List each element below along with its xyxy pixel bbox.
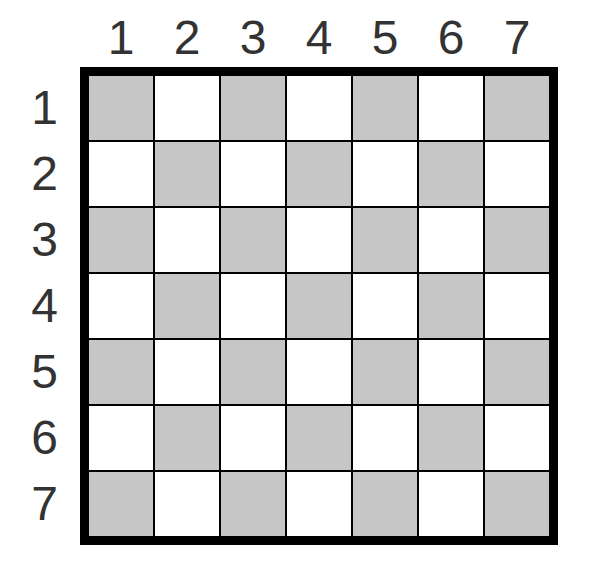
column-label-5: 5 xyxy=(353,14,417,66)
cell-r7c3 xyxy=(221,472,285,536)
cell-r1c4 xyxy=(287,76,351,140)
row-label-6: 6 xyxy=(31,406,72,470)
row-label-5: 5 xyxy=(31,340,72,404)
cell-r1c3 xyxy=(221,76,285,140)
cell-r6c1 xyxy=(89,406,153,470)
cell-r3c3 xyxy=(221,208,285,272)
puzzle-diagram: 1234567 1234567 xyxy=(0,0,596,570)
cell-r3c5 xyxy=(353,208,417,272)
row-label-2: 2 xyxy=(31,142,72,206)
cell-r5c6 xyxy=(419,340,483,404)
cell-r6c6 xyxy=(419,406,483,470)
column-label-7: 7 xyxy=(485,14,549,66)
row-label-1: 1 xyxy=(31,76,72,140)
row-label-7: 7 xyxy=(31,472,72,536)
cell-r5c2 xyxy=(155,340,219,404)
cell-r7c4 xyxy=(287,472,351,536)
cell-r1c6 xyxy=(419,76,483,140)
column-label-2: 2 xyxy=(155,14,219,66)
cell-r1c5 xyxy=(353,76,417,140)
cell-r2c1 xyxy=(89,142,153,206)
cell-r4c4 xyxy=(287,274,351,338)
cell-r2c7 xyxy=(485,142,549,206)
cell-r1c1 xyxy=(89,76,153,140)
cell-r2c3 xyxy=(221,142,285,206)
cell-r6c5 xyxy=(353,406,417,470)
cell-r4c7 xyxy=(485,274,549,338)
cell-r7c5 xyxy=(353,472,417,536)
cell-r6c7 xyxy=(485,406,549,470)
cell-r3c2 xyxy=(155,208,219,272)
cell-r7c2 xyxy=(155,472,219,536)
cell-r7c1 xyxy=(89,472,153,536)
game-board xyxy=(80,67,558,545)
row-label-3: 3 xyxy=(31,208,72,272)
cell-r5c7 xyxy=(485,340,549,404)
cell-r4c1 xyxy=(89,274,153,338)
cell-r3c7 xyxy=(485,208,549,272)
cell-r4c2 xyxy=(155,274,219,338)
cell-r4c5 xyxy=(353,274,417,338)
cell-r5c4 xyxy=(287,340,351,404)
cell-r2c2 xyxy=(155,142,219,206)
cell-r6c3 xyxy=(221,406,285,470)
cell-r1c7 xyxy=(485,76,549,140)
cell-r3c1 xyxy=(89,208,153,272)
cell-r4c3 xyxy=(221,274,285,338)
column-label-1: 1 xyxy=(89,14,153,66)
column-label-4: 4 xyxy=(287,14,351,66)
cell-r3c4 xyxy=(287,208,351,272)
row-labels: 1234567 xyxy=(0,67,72,545)
cell-r5c3 xyxy=(221,340,285,404)
cell-r6c4 xyxy=(287,406,351,470)
cell-r7c7 xyxy=(485,472,549,536)
cell-r7c6 xyxy=(419,472,483,536)
cell-r6c2 xyxy=(155,406,219,470)
row-label-4: 4 xyxy=(31,274,72,338)
column-labels: 1234567 xyxy=(80,0,558,66)
column-label-6: 6 xyxy=(419,14,483,66)
cell-r5c5 xyxy=(353,340,417,404)
cell-r1c2 xyxy=(155,76,219,140)
cell-r3c6 xyxy=(419,208,483,272)
cell-r2c5 xyxy=(353,142,417,206)
cell-r4c6 xyxy=(419,274,483,338)
column-label-3: 3 xyxy=(221,14,285,66)
cell-r2c6 xyxy=(419,142,483,206)
cell-r2c4 xyxy=(287,142,351,206)
cell-r5c1 xyxy=(89,340,153,404)
